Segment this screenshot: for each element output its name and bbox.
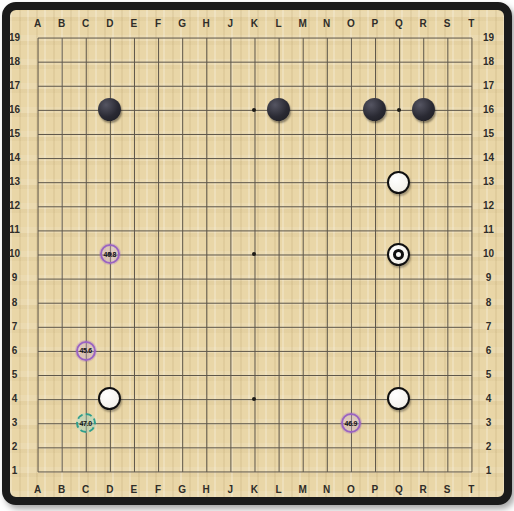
coord-label: 13 xyxy=(480,170,497,194)
coord-label: 5 xyxy=(480,363,497,387)
coord-label: 19 xyxy=(6,26,23,50)
coord-label: 6 xyxy=(6,339,23,363)
coord-label: 19 xyxy=(480,26,497,50)
coord-label: O xyxy=(339,481,363,498)
coord-label: 15 xyxy=(6,122,23,146)
coord-label: L xyxy=(266,15,290,32)
go-analysis-app: ABCDEFGHJKLMNOPQRST ABCDEFGHJKLMNOPQRST … xyxy=(0,0,514,511)
coord-label: 18 xyxy=(6,50,23,74)
coord-label: 10 xyxy=(6,242,23,266)
coord-label: L xyxy=(266,481,290,498)
coord-label: N xyxy=(315,481,339,498)
coord-label: D xyxy=(98,15,122,32)
white-stone xyxy=(387,171,410,194)
move-suggestion[interactable]: 45.6 xyxy=(76,341,96,361)
coord-label: T xyxy=(459,481,483,498)
coord-label: A xyxy=(26,15,50,32)
coord-label: F xyxy=(146,481,170,498)
white-stone xyxy=(387,243,410,266)
move-suggestion[interactable]: 40.8 xyxy=(100,244,120,264)
coord-label: 2 xyxy=(480,435,497,459)
coord-label: C xyxy=(74,481,98,498)
coord-label: P xyxy=(363,481,387,498)
coord-label: G xyxy=(170,481,194,498)
coord-label: 16 xyxy=(480,98,497,122)
coord-label: M xyxy=(291,481,315,498)
black-stone xyxy=(98,98,121,121)
coord-label: 16 xyxy=(6,98,23,122)
coord-label: 18 xyxy=(480,50,497,74)
coord-label: 12 xyxy=(480,194,497,218)
coord-label: 4 xyxy=(6,387,23,411)
coord-label: 3 xyxy=(480,411,497,435)
column-labels-bottom: ABCDEFGHJKLMNOPQRST xyxy=(26,481,484,498)
coord-label: 9 xyxy=(6,266,23,290)
coord-label: C xyxy=(74,15,98,32)
coord-label: S xyxy=(435,481,459,498)
coord-label: B xyxy=(50,481,74,498)
coord-label: 14 xyxy=(480,146,497,170)
coord-label: 1 xyxy=(6,459,23,483)
coord-label: K xyxy=(242,15,266,32)
row-labels-right: 19181716151413121110987654321 xyxy=(480,26,497,484)
star-point xyxy=(397,108,401,112)
star-point xyxy=(252,108,256,112)
star-point xyxy=(252,397,256,401)
coord-label: 6 xyxy=(480,339,497,363)
coord-label: H xyxy=(194,481,218,498)
coord-label: K xyxy=(242,481,266,498)
coord-label: 10 xyxy=(480,242,497,266)
last-move-marker xyxy=(393,249,404,260)
coord-label: 9 xyxy=(480,266,497,290)
coord-label: 12 xyxy=(6,194,23,218)
coord-label: 8 xyxy=(6,291,23,315)
coord-label: 11 xyxy=(480,218,497,242)
white-stone xyxy=(98,387,121,410)
coord-label: F xyxy=(146,15,170,32)
coord-label: 3 xyxy=(6,411,23,435)
coord-label: 17 xyxy=(480,74,497,98)
coord-label: Q xyxy=(387,15,411,32)
coord-label: E xyxy=(122,481,146,498)
coord-label: 15 xyxy=(480,122,497,146)
coord-label: O xyxy=(339,15,363,32)
black-stone xyxy=(363,98,386,121)
coord-label: 4 xyxy=(480,387,497,411)
coord-label: 5 xyxy=(6,363,23,387)
coord-label: 14 xyxy=(6,146,23,170)
coord-label: M xyxy=(291,15,315,32)
coord-label: 17 xyxy=(6,74,23,98)
coord-label: B xyxy=(50,15,74,32)
star-point xyxy=(252,252,256,256)
column-labels-top: ABCDEFGHJKLMNOPQRST xyxy=(26,15,484,32)
best-move-suggestion[interactable]: 47.0 xyxy=(76,413,96,433)
coord-label: 7 xyxy=(6,315,23,339)
coord-label: 1 xyxy=(480,459,497,483)
coord-label: R xyxy=(411,15,435,32)
black-stone xyxy=(267,98,290,121)
coord-label: G xyxy=(170,15,194,32)
go-board[interactable]: 40.845.647.046.9 xyxy=(26,26,484,484)
coord-label: 13 xyxy=(6,170,23,194)
coord-label: A xyxy=(26,481,50,498)
white-stone xyxy=(387,387,410,410)
coord-label: N xyxy=(315,15,339,32)
coord-label: Q xyxy=(387,481,411,498)
coord-label: 7 xyxy=(480,315,497,339)
coord-label: R xyxy=(411,481,435,498)
black-stone xyxy=(412,98,435,121)
coord-label: 11 xyxy=(6,218,23,242)
move-suggestion[interactable]: 46.9 xyxy=(341,413,361,433)
row-labels-left: 19181716151413121110987654321 xyxy=(6,26,23,484)
coord-label: S xyxy=(435,15,459,32)
coord-label: D xyxy=(98,481,122,498)
coord-label: J xyxy=(218,15,242,32)
coord-label: H xyxy=(194,15,218,32)
coord-label: E xyxy=(122,15,146,32)
coord-label: 2 xyxy=(6,435,23,459)
coord-label: P xyxy=(363,15,387,32)
coord-label: 8 xyxy=(480,291,497,315)
coord-label: J xyxy=(218,481,242,498)
